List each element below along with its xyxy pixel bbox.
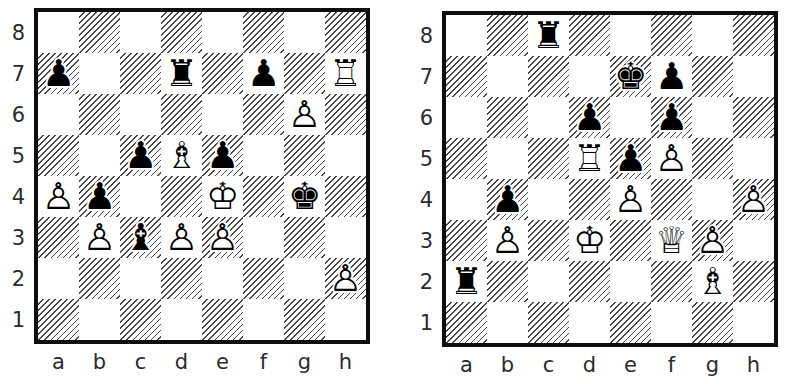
square-c5: ♟ <box>120 135 161 176</box>
white-pawn-outline: ♙ <box>733 179 774 220</box>
square-a4: ♟♙ <box>38 176 79 217</box>
square-f2 <box>243 258 284 299</box>
chess-diagram-right: 87654321 ♜♚♟♟♟♜♖♟♟♙♟♟♙♟♙♟♙♚♔♛♕♟♙♜♝♗ abcd… <box>414 11 778 377</box>
file-labels: abcdefgh <box>442 347 778 377</box>
file-label-c: c <box>120 350 161 374</box>
black-pawn: ♟ <box>651 56 692 97</box>
file-label-h: h <box>733 353 774 377</box>
square-h4 <box>325 176 366 217</box>
square-b6 <box>79 94 120 135</box>
square-g2: ♝♗ <box>692 261 733 302</box>
square-d7: ♜ <box>161 53 202 94</box>
square-g2 <box>284 258 325 299</box>
black-rook: ♜ <box>528 15 569 56</box>
square-b5 <box>79 135 120 176</box>
rank-label-3: 3 <box>414 220 442 261</box>
square-f6: ♟ <box>651 97 692 138</box>
square-e2 <box>202 258 243 299</box>
white-pawn: ♟♙ <box>610 179 651 220</box>
square-h4: ♟♙ <box>733 179 774 220</box>
square-c4 <box>120 176 161 217</box>
square-c6 <box>120 94 161 135</box>
white-bishop-outline: ♗ <box>161 135 202 176</box>
file-label-a: a <box>38 350 79 374</box>
square-h7 <box>733 56 774 97</box>
square-g5 <box>692 138 733 179</box>
square-d5: ♝♗ <box>161 135 202 176</box>
white-king-outline: ♔ <box>202 176 243 217</box>
square-d5: ♜♖ <box>569 138 610 179</box>
square-c3: ♝ <box>120 217 161 258</box>
square-b7 <box>487 56 528 97</box>
square-b8 <box>487 15 528 56</box>
white-pawn-outline: ♙ <box>79 217 120 258</box>
black-pawn: ♟ <box>651 97 692 138</box>
file-label-c: c <box>528 353 569 377</box>
square-d1 <box>569 302 610 343</box>
square-g7 <box>692 56 733 97</box>
square-b3: ♟♙ <box>79 217 120 258</box>
chess-board-left: ♟♜♟♜♖♟♙♟♝♗♟♟♙♟♚♔♚♟♙♝♟♙♟♙♟♙ <box>34 8 370 344</box>
rank-label-1: 1 <box>414 302 442 343</box>
square-b7 <box>79 53 120 94</box>
rank-label-6: 6 <box>6 94 34 135</box>
white-pawn: ♟♙ <box>733 179 774 220</box>
rank-label-4: 4 <box>6 176 34 217</box>
black-king: ♚ <box>610 56 651 97</box>
square-f2 <box>651 261 692 302</box>
square-a5 <box>446 138 487 179</box>
file-label-f: f <box>651 353 692 377</box>
white-pawn-outline: ♙ <box>202 217 243 258</box>
square-e6 <box>610 97 651 138</box>
square-c6 <box>528 97 569 138</box>
square-h6 <box>325 94 366 135</box>
white-rook: ♜♖ <box>569 138 610 179</box>
file-label-b: b <box>79 350 120 374</box>
square-a5 <box>38 135 79 176</box>
square-a6 <box>446 97 487 138</box>
square-c1 <box>120 299 161 340</box>
square-c8 <box>120 12 161 53</box>
square-f6 <box>243 94 284 135</box>
square-d2 <box>161 258 202 299</box>
white-bishop: ♝♗ <box>692 261 733 302</box>
file-label-h: h <box>325 350 366 374</box>
square-f4 <box>651 179 692 220</box>
white-pawn-outline: ♙ <box>610 179 651 220</box>
white-pawn: ♟♙ <box>202 217 243 258</box>
square-g3: ♟♙ <box>692 220 733 261</box>
black-pawn: ♟ <box>79 176 120 217</box>
square-a7 <box>446 56 487 97</box>
white-pawn: ♟♙ <box>692 220 733 261</box>
square-a8 <box>38 12 79 53</box>
square-b6 <box>487 97 528 138</box>
rank-label-8: 8 <box>6 12 34 53</box>
black-rook: ♜ <box>161 53 202 94</box>
square-a4 <box>446 179 487 220</box>
square-f8 <box>651 15 692 56</box>
square-b8 <box>79 12 120 53</box>
square-c1 <box>528 302 569 343</box>
file-label-g: g <box>692 353 733 377</box>
square-g4 <box>692 179 733 220</box>
white-rook: ♜♖ <box>325 53 366 94</box>
white-pawn-outline: ♙ <box>692 220 733 261</box>
square-e6 <box>202 94 243 135</box>
square-b3: ♟♙ <box>487 220 528 261</box>
square-b2 <box>79 258 120 299</box>
square-c5 <box>528 138 569 179</box>
square-g1 <box>692 302 733 343</box>
black-pawn: ♟ <box>610 138 651 179</box>
square-d2 <box>569 261 610 302</box>
square-h1 <box>325 299 366 340</box>
square-h6 <box>733 97 774 138</box>
white-pawn-outline: ♙ <box>161 217 202 258</box>
white-rook-outline: ♖ <box>325 53 366 94</box>
square-e3 <box>610 220 651 261</box>
square-f8 <box>243 12 284 53</box>
square-f1 <box>243 299 284 340</box>
white-pawn-outline: ♙ <box>487 220 528 261</box>
white-pawn-outline: ♙ <box>38 176 79 217</box>
square-c3 <box>528 220 569 261</box>
square-h5 <box>733 138 774 179</box>
square-c2 <box>120 258 161 299</box>
square-b4: ♟ <box>79 176 120 217</box>
square-b1 <box>487 302 528 343</box>
rank-label-4: 4 <box>414 179 442 220</box>
square-d3: ♟♙ <box>161 217 202 258</box>
white-bishop-outline: ♗ <box>692 261 733 302</box>
square-g7 <box>284 53 325 94</box>
square-h2: ♟♙ <box>325 258 366 299</box>
white-bishop: ♝♗ <box>161 135 202 176</box>
black-pawn: ♟ <box>120 135 161 176</box>
file-label-d: d <box>161 350 202 374</box>
square-e2 <box>610 261 651 302</box>
square-a6 <box>38 94 79 135</box>
black-king: ♚ <box>284 176 325 217</box>
square-c7 <box>120 53 161 94</box>
square-h3 <box>733 220 774 261</box>
square-e7 <box>202 53 243 94</box>
square-g4: ♚ <box>284 176 325 217</box>
black-pawn: ♟ <box>569 97 610 138</box>
black-pawn: ♟ <box>38 53 79 94</box>
rank-labels: 87654321 <box>414 11 442 347</box>
rank-label-5: 5 <box>414 138 442 179</box>
square-d4 <box>569 179 610 220</box>
square-b5 <box>487 138 528 179</box>
square-a8 <box>446 15 487 56</box>
square-f7: ♟ <box>243 53 284 94</box>
square-e8 <box>202 12 243 53</box>
square-g8 <box>284 12 325 53</box>
rank-label-2: 2 <box>6 258 34 299</box>
square-f1 <box>651 302 692 343</box>
square-f3 <box>243 217 284 258</box>
white-pawn: ♟♙ <box>38 176 79 217</box>
white-rook-outline: ♖ <box>569 138 610 179</box>
rank-label-7: 7 <box>414 56 442 97</box>
square-d8 <box>569 15 610 56</box>
white-pawn: ♟♙ <box>161 217 202 258</box>
square-e7: ♚ <box>610 56 651 97</box>
rank-label-5: 5 <box>6 135 34 176</box>
square-c4 <box>528 179 569 220</box>
white-king-outline: ♔ <box>569 220 610 261</box>
white-pawn: ♟♙ <box>284 94 325 135</box>
file-label-e: e <box>202 350 243 374</box>
white-pawn: ♟♙ <box>325 258 366 299</box>
white-queen: ♛♕ <box>651 220 692 261</box>
square-g3 <box>284 217 325 258</box>
square-a1 <box>446 302 487 343</box>
rank-label-7: 7 <box>6 53 34 94</box>
square-h8 <box>325 12 366 53</box>
square-d7 <box>569 56 610 97</box>
rank-labels: 87654321 <box>6 8 34 344</box>
black-rook: ♜ <box>446 261 487 302</box>
square-d8 <box>161 12 202 53</box>
square-a1 <box>38 299 79 340</box>
square-e5: ♟ <box>610 138 651 179</box>
file-labels: abcdefgh <box>34 344 370 374</box>
square-e4: ♟♙ <box>610 179 651 220</box>
rank-label-1: 1 <box>6 299 34 340</box>
square-e4: ♚♔ <box>202 176 243 217</box>
square-d6: ♟ <box>569 97 610 138</box>
square-g5 <box>284 135 325 176</box>
square-b4: ♟ <box>487 179 528 220</box>
white-queen-outline: ♕ <box>651 220 692 261</box>
square-c2 <box>528 261 569 302</box>
black-bishop: ♝ <box>120 217 161 258</box>
file-label-g: g <box>284 350 325 374</box>
square-d4 <box>161 176 202 217</box>
black-pawn: ♟ <box>487 179 528 220</box>
square-e8 <box>610 15 651 56</box>
square-g6: ♟♙ <box>284 94 325 135</box>
file-label-a: a <box>446 353 487 377</box>
white-pawn-outline: ♙ <box>284 94 325 135</box>
square-a2 <box>38 258 79 299</box>
square-f3: ♛♕ <box>651 220 692 261</box>
square-d6 <box>161 94 202 135</box>
square-a3 <box>446 220 487 261</box>
square-h2 <box>733 261 774 302</box>
chess-board-right: ♜♚♟♟♟♜♖♟♟♙♟♟♙♟♙♟♙♚♔♛♕♟♙♜♝♗ <box>442 11 778 347</box>
file-label-b: b <box>487 353 528 377</box>
square-h1 <box>733 302 774 343</box>
file-label-f: f <box>243 350 284 374</box>
chess-diagram-left: 87654321 ♟♜♟♜♖♟♙♟♝♗♟♟♙♟♚♔♚♟♙♝♟♙♟♙♟♙ abcd… <box>6 8 370 374</box>
white-pawn-outline: ♙ <box>325 258 366 299</box>
file-label-d: d <box>569 353 610 377</box>
square-g6 <box>692 97 733 138</box>
square-e1 <box>202 299 243 340</box>
square-a3 <box>38 217 79 258</box>
file-label-e: e <box>610 353 651 377</box>
square-b1 <box>79 299 120 340</box>
rank-label-8: 8 <box>414 15 442 56</box>
white-king: ♚♔ <box>202 176 243 217</box>
square-g8 <box>692 15 733 56</box>
square-e3: ♟♙ <box>202 217 243 258</box>
white-king: ♚♔ <box>569 220 610 261</box>
rank-label-3: 3 <box>6 217 34 258</box>
white-pawn: ♟♙ <box>651 138 692 179</box>
rank-label-2: 2 <box>414 261 442 302</box>
square-f7: ♟ <box>651 56 692 97</box>
white-pawn-outline: ♙ <box>651 138 692 179</box>
square-c7 <box>528 56 569 97</box>
square-h8 <box>733 15 774 56</box>
square-a7: ♟ <box>38 53 79 94</box>
square-e1 <box>610 302 651 343</box>
square-h5 <box>325 135 366 176</box>
black-pawn: ♟ <box>243 53 284 94</box>
rank-label-6: 6 <box>414 97 442 138</box>
square-d1 <box>161 299 202 340</box>
square-b2 <box>487 261 528 302</box>
square-h7: ♜♖ <box>325 53 366 94</box>
white-pawn: ♟♙ <box>79 217 120 258</box>
square-f4 <box>243 176 284 217</box>
square-a2: ♜ <box>446 261 487 302</box>
square-d3: ♚♔ <box>569 220 610 261</box>
square-e5: ♟ <box>202 135 243 176</box>
square-f5: ♟♙ <box>651 138 692 179</box>
square-h3 <box>325 217 366 258</box>
square-f5 <box>243 135 284 176</box>
white-pawn: ♟♙ <box>487 220 528 261</box>
square-c8: ♜ <box>528 15 569 56</box>
black-pawn: ♟ <box>202 135 243 176</box>
square-g1 <box>284 299 325 340</box>
